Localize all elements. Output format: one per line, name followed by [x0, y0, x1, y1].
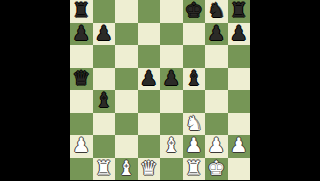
square-b6[interactable] [93, 45, 116, 68]
square-f5[interactable]: ♝ [183, 68, 206, 91]
black-pawn-icon: ♟ [207, 23, 225, 43]
square-d2[interactable] [138, 135, 161, 158]
square-a4[interactable] [70, 90, 93, 113]
black-pawn-icon: ♟ [162, 68, 180, 88]
square-e6[interactable] [160, 45, 183, 68]
square-h8[interactable]: ♜ [228, 0, 251, 23]
square-b2[interactable] [93, 135, 116, 158]
square-d7[interactable] [138, 23, 161, 46]
square-c5[interactable] [115, 68, 138, 91]
square-h2[interactable]: ♟ [228, 135, 251, 158]
square-b3[interactable] [93, 113, 116, 136]
letterbox-right [250, 0, 320, 180]
square-h7[interactable]: ♟ [228, 23, 251, 46]
square-c6[interactable] [115, 45, 138, 68]
chess-board: ♜♚♞♜♟♟♟♟♛♟♟♝♝♞♟♝♟♟♟♜♝♛♜♚ [70, 0, 250, 180]
square-h4[interactable] [228, 90, 251, 113]
square-f3[interactable]: ♞ [183, 113, 206, 136]
black-pawn-icon: ♟ [95, 23, 113, 43]
square-a7[interactable]: ♟ [70, 23, 93, 46]
white-pawn-icon: ♟ [207, 135, 225, 155]
black-pawn-icon: ♟ [140, 68, 158, 88]
square-a1[interactable] [70, 158, 93, 181]
white-pawn-icon: ♟ [72, 135, 90, 155]
square-f4[interactable] [183, 90, 206, 113]
square-a8[interactable]: ♜ [70, 0, 93, 23]
square-c8[interactable] [115, 0, 138, 23]
square-g7[interactable]: ♟ [205, 23, 228, 46]
square-g2[interactable]: ♟ [205, 135, 228, 158]
square-c2[interactable] [115, 135, 138, 158]
square-b4[interactable]: ♝ [93, 90, 116, 113]
square-g4[interactable] [205, 90, 228, 113]
square-a3[interactable] [70, 113, 93, 136]
white-bishop-icon: ♝ [162, 135, 180, 155]
square-d5[interactable]: ♟ [138, 68, 161, 91]
square-d8[interactable] [138, 0, 161, 23]
square-e8[interactable] [160, 0, 183, 23]
square-g1[interactable]: ♚ [205, 158, 228, 181]
square-c3[interactable] [115, 113, 138, 136]
black-pawn-icon: ♟ [72, 23, 90, 43]
square-h6[interactable] [228, 45, 251, 68]
black-queen-icon: ♛ [72, 68, 90, 88]
black-king-icon: ♚ [185, 0, 203, 20]
white-rook-icon: ♜ [95, 158, 113, 178]
square-f1[interactable]: ♜ [183, 158, 206, 181]
square-e1[interactable] [160, 158, 183, 181]
white-king-icon: ♚ [207, 158, 225, 178]
white-rook-icon: ♜ [185, 158, 203, 178]
square-b5[interactable] [93, 68, 116, 91]
white-knight-icon: ♞ [185, 113, 203, 133]
square-a2[interactable]: ♟ [70, 135, 93, 158]
square-b7[interactable]: ♟ [93, 23, 116, 46]
square-h3[interactable] [228, 113, 251, 136]
app-window: ♜♚♞♜♟♟♟♟♛♟♟♝♝♞♟♝♟♟♟♜♝♛♜♚ [0, 0, 320, 180]
white-queen-icon: ♛ [140, 158, 158, 178]
square-f6[interactable] [183, 45, 206, 68]
square-e4[interactable] [160, 90, 183, 113]
square-b8[interactable] [93, 0, 116, 23]
square-e3[interactable] [160, 113, 183, 136]
square-a6[interactable] [70, 45, 93, 68]
square-g5[interactable] [205, 68, 228, 91]
square-d6[interactable] [138, 45, 161, 68]
square-a5[interactable]: ♛ [70, 68, 93, 91]
square-f2[interactable]: ♟ [183, 135, 206, 158]
white-bishop-icon: ♝ [117, 158, 135, 178]
square-h5[interactable] [228, 68, 251, 91]
black-rook-icon: ♜ [72, 0, 90, 20]
square-g6[interactable] [205, 45, 228, 68]
square-d3[interactable] [138, 113, 161, 136]
square-f8[interactable]: ♚ [183, 0, 206, 23]
square-f7[interactable] [183, 23, 206, 46]
white-pawn-icon: ♟ [230, 135, 248, 155]
square-d4[interactable] [138, 90, 161, 113]
square-c7[interactable] [115, 23, 138, 46]
square-h1[interactable] [228, 158, 251, 181]
black-pawn-icon: ♟ [230, 23, 248, 43]
black-knight-icon: ♞ [207, 0, 225, 20]
white-pawn-icon: ♟ [185, 135, 203, 155]
square-b1[interactable]: ♜ [93, 158, 116, 181]
square-g3[interactable] [205, 113, 228, 136]
square-c4[interactable] [115, 90, 138, 113]
square-g8[interactable]: ♞ [205, 0, 228, 23]
square-c1[interactable]: ♝ [115, 158, 138, 181]
square-e2[interactable]: ♝ [160, 135, 183, 158]
black-bishop-icon: ♝ [185, 68, 203, 88]
square-e5[interactable]: ♟ [160, 68, 183, 91]
square-d1[interactable]: ♛ [138, 158, 161, 181]
letterbox-left [0, 0, 70, 180]
square-e7[interactable] [160, 23, 183, 46]
black-bishop-icon: ♝ [95, 90, 113, 110]
black-rook-icon: ♜ [230, 0, 248, 20]
